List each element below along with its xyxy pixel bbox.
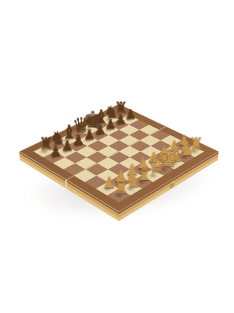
white-rook-glyph-icon: ♜ <box>113 178 130 197</box>
black-pawn-glyph-icon: ♟ <box>48 144 63 158</box>
brass-clasp-icon <box>169 180 174 188</box>
product-photo-scene: ♜♞♝♛♚♝♞♜♟♟♟♟♟♟♟♟♟♟♟♟♟♟♟♟♜♞♝♛♚♝♞♜ <box>0 0 234 313</box>
clasp-pin-icon <box>171 183 173 186</box>
